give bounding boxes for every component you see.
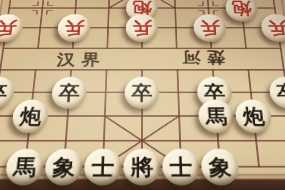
- red-soldier[interactable]: 兵: [126, 14, 159, 42]
- piece-label: 卒: [131, 83, 152, 102]
- piece-label: 馬: [12, 156, 37, 178]
- piece-label: 炮: [242, 106, 266, 126]
- piece-label: 馬: [205, 106, 228, 126]
- piece-label: 將: [131, 156, 154, 178]
- river-label-chuhe: 楚河: [176, 49, 227, 67]
- black-soldier[interactable]: 卒: [124, 77, 159, 109]
- river-label-hanjie: 汉界: [55, 50, 106, 68]
- piece-label: 兵: [267, 19, 285, 36]
- piece-label: 兵: [64, 19, 85, 36]
- piece-label: 炮: [231, 0, 252, 16]
- piece-label: 士: [91, 156, 114, 178]
- piece-label: 象: [52, 156, 76, 178]
- xiangqi-board: 汉界 楚河 炮炮兵兵兵兵兵卒卒卒卒卒炮馬炮馬象士將士象: [0, 0, 285, 190]
- piece-label: 兵: [200, 19, 221, 36]
- xiangqi-photo: 汉界 楚河 炮炮兵兵兵兵兵卒卒卒卒卒炮馬炮馬象士將士象: [0, 0, 285, 190]
- piece-label: 象: [208, 156, 232, 178]
- piece-label: 卒: [275, 83, 285, 102]
- piece-label: 炮: [19, 106, 43, 126]
- piece-label: 卒: [58, 83, 80, 102]
- piece-label: 士: [170, 156, 193, 178]
- black-general[interactable]: 將: [123, 149, 161, 185]
- piece-label: 兵: [132, 19, 152, 36]
- piece-label: 卒: [0, 83, 9, 102]
- piece-label: 兵: [0, 19, 17, 36]
